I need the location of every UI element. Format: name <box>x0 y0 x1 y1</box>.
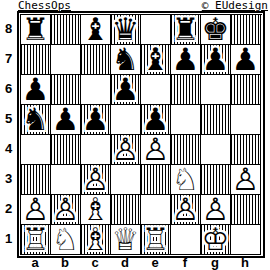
square-a5[interactable]: ♞ <box>21 105 51 135</box>
file-label-d: d <box>110 256 140 270</box>
piece-black-pawn[interactable]: ♟ <box>201 45 230 74</box>
piece-black-pawn[interactable]: ♟ <box>81 105 110 134</box>
rank-label-3: 3 <box>0 164 17 194</box>
piece-white-pawn[interactable]: ♙ <box>171 195 200 224</box>
rank-label-7: 7 <box>0 44 17 74</box>
piece-white-pawn[interactable]: ♙ <box>81 165 110 194</box>
square-f6[interactable] <box>171 75 201 105</box>
piece-black-rook[interactable]: ♜ <box>21 15 50 44</box>
square-h7[interactable]: ♟ <box>231 45 261 75</box>
square-a4[interactable] <box>21 135 51 165</box>
piece-white-pawn[interactable]: ♙ <box>141 135 170 164</box>
rank-labels: 87654321 <box>0 14 17 254</box>
square-b7[interactable] <box>51 45 81 75</box>
rank-label-4: 4 <box>0 134 17 164</box>
rank-label-1: 1 <box>0 224 17 254</box>
square-e4[interactable]: ♙ <box>141 135 171 165</box>
square-d1[interactable]: ♕ <box>111 225 141 255</box>
square-b1[interactable]: ♘ <box>51 225 81 255</box>
piece-white-king[interactable]: ♔ <box>201 225 230 254</box>
piece-black-pawn[interactable]: ♟ <box>141 105 170 134</box>
file-label-b: b <box>50 256 80 270</box>
board-frame: ♜♝♛♜♚♞♝♟♟♟♟♟♞♟♟♟♙♙♙♘♙♙♙♗♙♙♖♘♗♕♖♔ <box>17 11 265 258</box>
square-h2[interactable] <box>231 195 261 225</box>
square-c1[interactable]: ♗ <box>81 225 111 255</box>
piece-white-pawn[interactable]: ♙ <box>51 195 80 224</box>
piece-black-queen[interactable]: ♛ <box>111 15 140 44</box>
piece-white-bishop[interactable]: ♗ <box>81 225 110 254</box>
square-h5[interactable] <box>231 105 261 135</box>
rank-label-8: 8 <box>0 14 17 44</box>
piece-white-knight[interactable]: ♘ <box>171 165 200 194</box>
piece-white-knight[interactable]: ♘ <box>51 225 80 254</box>
file-label-a: a <box>20 256 50 270</box>
square-e3[interactable] <box>141 165 171 195</box>
square-g7[interactable]: ♟ <box>201 45 231 75</box>
file-label-e: e <box>140 256 170 270</box>
square-h1[interactable] <box>231 225 261 255</box>
file-label-c: c <box>80 256 110 270</box>
square-h3[interactable]: ♙ <box>231 165 261 195</box>
square-f5[interactable] <box>171 105 201 135</box>
piece-black-pawn[interactable]: ♟ <box>231 45 260 74</box>
piece-white-bishop[interactable]: ♗ <box>81 195 110 224</box>
piece-black-bishop[interactable]: ♝ <box>81 15 110 44</box>
square-g1[interactable]: ♔ <box>201 225 231 255</box>
piece-black-knight[interactable]: ♞ <box>111 45 140 74</box>
square-f7[interactable]: ♟ <box>171 45 201 75</box>
piece-black-pawn[interactable]: ♟ <box>111 75 140 104</box>
piece-white-queen[interactable]: ♕ <box>111 225 140 254</box>
square-g4[interactable] <box>201 135 231 165</box>
square-a1[interactable]: ♖ <box>21 225 51 255</box>
square-c7[interactable] <box>81 45 111 75</box>
square-d4[interactable]: ♙ <box>111 135 141 165</box>
piece-white-rook[interactable]: ♖ <box>21 225 50 254</box>
piece-black-king[interactable]: ♚ <box>201 15 230 44</box>
square-d6[interactable]: ♟ <box>111 75 141 105</box>
square-d3[interactable] <box>111 165 141 195</box>
piece-white-rook[interactable]: ♖ <box>141 225 170 254</box>
square-g6[interactable] <box>201 75 231 105</box>
square-e7[interactable]: ♝ <box>141 45 171 75</box>
chess-board: ♜♝♛♜♚♞♝♟♟♟♟♟♞♟♟♟♙♙♙♘♙♙♙♗♙♙♖♘♗♕♖♔ <box>20 14 262 255</box>
file-label-g: g <box>200 256 230 270</box>
rank-label-5: 5 <box>0 104 17 134</box>
square-b5[interactable]: ♟ <box>51 105 81 135</box>
square-h6[interactable] <box>231 75 261 105</box>
piece-white-pawn[interactable]: ♙ <box>21 195 50 224</box>
square-c8[interactable]: ♝ <box>81 15 111 45</box>
file-label-h: h <box>230 256 260 270</box>
square-b8[interactable] <box>51 15 81 45</box>
file-label-f: f <box>170 256 200 270</box>
square-b4[interactable] <box>51 135 81 165</box>
square-e1[interactable]: ♖ <box>141 225 171 255</box>
piece-white-pawn[interactable]: ♙ <box>111 135 140 164</box>
square-f1[interactable] <box>171 225 201 255</box>
piece-black-rook[interactable]: ♜ <box>171 15 200 44</box>
piece-white-pawn[interactable]: ♙ <box>201 195 230 224</box>
square-f2[interactable]: ♙ <box>171 195 201 225</box>
square-g5[interactable] <box>201 105 231 135</box>
rank-label-2: 2 <box>0 194 17 224</box>
file-labels: abcdefgh <box>20 256 260 270</box>
piece-black-pawn[interactable]: ♟ <box>21 75 50 104</box>
piece-black-pawn[interactable]: ♟ <box>51 105 80 134</box>
piece-black-pawn[interactable]: ♟ <box>171 45 200 74</box>
square-c5[interactable]: ♟ <box>81 105 111 135</box>
square-a8[interactable]: ♜ <box>21 15 51 45</box>
piece-white-pawn[interactable]: ♙ <box>231 165 260 194</box>
piece-black-knight[interactable]: ♞ <box>21 105 50 134</box>
rank-label-6: 6 <box>0 74 17 104</box>
piece-black-bishop[interactable]: ♝ <box>141 45 170 74</box>
